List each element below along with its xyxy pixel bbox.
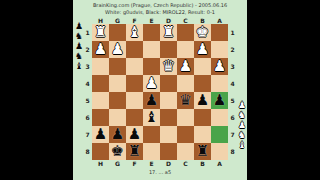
captured-black-bishop-icon: ♝	[75, 61, 83, 71]
square-c4[interactable]	[177, 75, 194, 92]
square-c8[interactable]	[177, 143, 194, 160]
captured-white-pieces-tray: ♟♞♟♞♝	[238, 100, 246, 150]
square-f3[interactable]	[126, 58, 143, 75]
rank-label-right-1: 1	[228, 24, 237, 41]
square-b8[interactable]: ♜	[194, 143, 211, 160]
black-pawn-icon: ♟	[213, 93, 226, 108]
file-label-bottom-e: E	[143, 160, 160, 167]
square-c3[interactable]: ♟	[177, 58, 194, 75]
square-g3[interactable]	[109, 58, 126, 75]
captured-black-pieces-tray: ♟♞♟♞♝	[75, 21, 83, 71]
white-queen-icon: ♛	[162, 59, 175, 74]
game-header: BrainKing.com (Prague, Czech Republic) -…	[73, 0, 247, 16]
captured-white-pawn-icon: ♟	[238, 100, 246, 110]
white-rook-icon: ♜	[94, 25, 107, 40]
captured-white-pawn-icon: ♟	[238, 120, 246, 130]
square-b6[interactable]	[194, 109, 211, 126]
rank-label-left-2: 2	[83, 41, 92, 58]
rank-label-left-1: 1	[83, 24, 92, 41]
white-pawn-icon: ♟	[111, 42, 124, 57]
captured-black-pawn-icon: ♟	[75, 21, 83, 31]
square-a5[interactable]: ♟	[211, 92, 228, 109]
players-result: White: g0udvis, Black: MIROL22, Result: …	[73, 9, 247, 16]
square-f5[interactable]	[126, 92, 143, 109]
square-c7[interactable]	[177, 126, 194, 143]
black-rook-icon: ♜	[128, 144, 141, 159]
black-pawn-icon: ♟	[94, 127, 107, 142]
square-f7[interactable]: ♟	[126, 126, 143, 143]
captured-black-knight-icon: ♞	[75, 51, 83, 61]
rank-label-left-6: 6	[83, 109, 92, 126]
black-king-icon: ♚	[111, 144, 124, 159]
white-pawn-icon: ♟	[213, 59, 226, 74]
white-pawn-icon: ♟	[179, 59, 192, 74]
board-corner	[228, 160, 237, 167]
captured-black-knight-icon: ♞	[75, 31, 83, 41]
square-f8[interactable]: ♜	[126, 143, 143, 160]
square-a2[interactable]	[211, 41, 228, 58]
square-h5[interactable]	[92, 92, 109, 109]
white-pawn-icon: ♟	[94, 42, 107, 57]
square-b7[interactable]	[194, 126, 211, 143]
black-pawn-icon: ♟	[128, 127, 141, 142]
square-d3[interactable]: ♛	[160, 58, 177, 75]
square-h3[interactable]	[92, 58, 109, 75]
board-corner	[83, 17, 92, 24]
rank-label-left-8: 8	[83, 143, 92, 160]
rank-label-right-6: 6	[228, 109, 237, 126]
square-g8[interactable]: ♚	[109, 143, 126, 160]
chess-board: HGFEDCBA1♜♝♜♚12♟♟♟23♛♟♟34♟45♟♛♟♟56♝67♟♟♟…	[83, 17, 237, 167]
captured-white-bishop-icon: ♝	[238, 140, 246, 150]
square-a6[interactable]	[211, 109, 228, 126]
square-h2[interactable]: ♟	[92, 41, 109, 58]
square-e4[interactable]: ♟	[143, 75, 160, 92]
square-g1[interactable]	[109, 24, 126, 41]
square-f2[interactable]	[126, 41, 143, 58]
file-label-top-a: A	[211, 17, 228, 24]
black-pawn-icon: ♟	[145, 93, 158, 108]
white-pawn-icon: ♟	[196, 42, 209, 57]
square-e2[interactable]	[143, 41, 160, 58]
square-e6[interactable]: ♝	[143, 109, 160, 126]
white-king-icon: ♚	[196, 25, 209, 40]
captured-white-knight-icon: ♞	[238, 110, 246, 120]
white-bishop-icon: ♝	[128, 25, 141, 40]
square-a1[interactable]	[211, 24, 228, 41]
rank-label-left-5: 5	[83, 92, 92, 109]
rank-label-left-4: 4	[83, 75, 92, 92]
square-e5[interactable]: ♟	[143, 92, 160, 109]
rank-label-left-7: 7	[83, 126, 92, 143]
square-f4[interactable]	[126, 75, 143, 92]
square-f6[interactable]	[126, 109, 143, 126]
square-e7[interactable]	[143, 126, 160, 143]
captured-white-knight-icon: ♞	[238, 130, 246, 140]
file-label-bottom-f: F	[126, 160, 143, 167]
square-a8[interactable]	[211, 143, 228, 160]
rank-label-right-4: 4	[228, 75, 237, 92]
screenshot-frame: BrainKing.com (Prague, Czech Republic) -…	[0, 0, 320, 180]
square-d8[interactable]	[160, 143, 177, 160]
square-a4[interactable]	[211, 75, 228, 92]
square-d6[interactable]	[160, 109, 177, 126]
square-g5[interactable]	[109, 92, 126, 109]
square-g6[interactable]	[109, 109, 126, 126]
square-a7[interactable]	[211, 126, 228, 143]
square-h4[interactable]	[92, 75, 109, 92]
square-d4[interactable]	[160, 75, 177, 92]
square-g4[interactable]	[109, 75, 126, 92]
white-pawn-icon: ♟	[145, 76, 158, 91]
board-corner	[83, 160, 92, 167]
square-c6[interactable]	[177, 109, 194, 126]
square-f1[interactable]: ♝	[126, 24, 143, 41]
file-label-top-c: C	[177, 17, 194, 24]
game-panel: BrainKing.com (Prague, Czech Republic) -…	[73, 0, 247, 180]
square-h7[interactable]: ♟	[92, 126, 109, 143]
black-bishop-icon: ♝	[145, 110, 158, 125]
event-title: BrainKing.com (Prague, Czech Republic) -…	[73, 2, 247, 9]
square-a3[interactable]: ♟	[211, 58, 228, 75]
square-c2[interactable]	[177, 41, 194, 58]
square-b5[interactable]: ♟	[194, 92, 211, 109]
rank-label-left-3: 3	[83, 58, 92, 75]
square-b3[interactable]	[194, 58, 211, 75]
rank-label-right-8: 8	[228, 143, 237, 160]
black-queen-icon: ♛	[179, 93, 192, 108]
file-label-top-g: G	[109, 17, 126, 24]
file-label-bottom-d: D	[160, 160, 177, 167]
board-corner	[228, 17, 237, 24]
square-c1[interactable]	[177, 24, 194, 41]
black-rook-icon: ♜	[196, 144, 209, 159]
square-c5[interactable]: ♛	[177, 92, 194, 109]
black-pawn-icon: ♟	[196, 93, 209, 108]
square-g7[interactable]: ♟	[109, 126, 126, 143]
square-b1[interactable]: ♚	[194, 24, 211, 41]
rank-label-right-3: 3	[228, 58, 237, 75]
rank-label-right-7: 7	[228, 126, 237, 143]
square-h8[interactable]	[92, 143, 109, 160]
square-h6[interactable]	[92, 109, 109, 126]
file-label-bottom-g: G	[109, 160, 126, 167]
square-b2[interactable]: ♟	[194, 41, 211, 58]
file-label-bottom-c: C	[177, 160, 194, 167]
captured-black-pawn-icon: ♟	[75, 41, 83, 51]
square-e1[interactable]	[143, 24, 160, 41]
square-d1[interactable]: ♜	[160, 24, 177, 41]
file-label-top-e: E	[143, 17, 160, 24]
white-rook-icon: ♜	[162, 25, 175, 40]
square-h1[interactable]: ♜	[92, 24, 109, 41]
square-b4[interactable]	[194, 75, 211, 92]
black-pawn-icon: ♟	[111, 127, 124, 142]
square-g2[interactable]: ♟	[109, 41, 126, 58]
file-label-bottom-b: B	[194, 160, 211, 167]
file-label-bottom-a: A	[211, 160, 228, 167]
move-caption: 17. ... a5	[73, 169, 247, 175]
rank-label-right-5: 5	[228, 92, 237, 109]
square-e3[interactable]	[143, 58, 160, 75]
square-d2[interactable]	[160, 41, 177, 58]
file-label-bottom-h: H	[92, 160, 109, 167]
square-e8[interactable]	[143, 143, 160, 160]
square-d7[interactable]	[160, 126, 177, 143]
rank-label-right-2: 2	[228, 41, 237, 58]
square-d5[interactable]	[160, 92, 177, 109]
